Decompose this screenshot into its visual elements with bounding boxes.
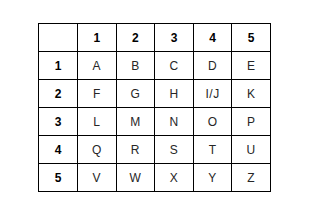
letter-cell-43: S: [155, 136, 194, 164]
letter-cell-15: E: [232, 52, 271, 80]
letter-cell-54: Y: [194, 164, 233, 192]
letter-cell-12: B: [117, 52, 156, 80]
row-header-2: 2: [39, 80, 78, 108]
letter-cell-11: A: [78, 52, 117, 80]
letter-cell-22: G: [117, 80, 156, 108]
letter-cell-31: L: [78, 108, 117, 136]
letter-cell-55: Z: [232, 164, 271, 192]
letter-cell-35: P: [232, 108, 271, 136]
page-background: { "game": "polybius-square", "position":…: [0, 0, 311, 220]
letter-cell-34: O: [194, 108, 233, 136]
polybius-square-grid: 1 2 3 4 5 1 A B C D E 2 F G H I/J K 3 L …: [38, 23, 271, 192]
letter-cell-24: I/J: [194, 80, 233, 108]
letter-cell-41: Q: [78, 136, 117, 164]
letter-cell-51: V: [78, 164, 117, 192]
column-header-1: 1: [78, 24, 117, 52]
column-header-3: 3: [155, 24, 194, 52]
letter-cell-44: T: [194, 136, 233, 164]
letter-cell-32: M: [117, 108, 156, 136]
letter-cell-52: W: [117, 164, 156, 192]
letter-cell-42: R: [117, 136, 156, 164]
row-header-3: 3: [39, 108, 78, 136]
letter-cell-13: C: [155, 52, 194, 80]
letter-cell-53: X: [155, 164, 194, 192]
column-header-4: 4: [194, 24, 233, 52]
row-header-4: 4: [39, 136, 78, 164]
letter-cell-14: D: [194, 52, 233, 80]
row-header-1: 1: [39, 52, 78, 80]
corner-cell: [39, 24, 78, 52]
letter-cell-45: U: [232, 136, 271, 164]
letter-cell-23: H: [155, 80, 194, 108]
row-header-5: 5: [39, 164, 78, 192]
letter-cell-33: N: [155, 108, 194, 136]
letter-cell-25: K: [232, 80, 271, 108]
column-header-2: 2: [117, 24, 156, 52]
letter-cell-21: F: [78, 80, 117, 108]
column-header-5: 5: [232, 24, 271, 52]
